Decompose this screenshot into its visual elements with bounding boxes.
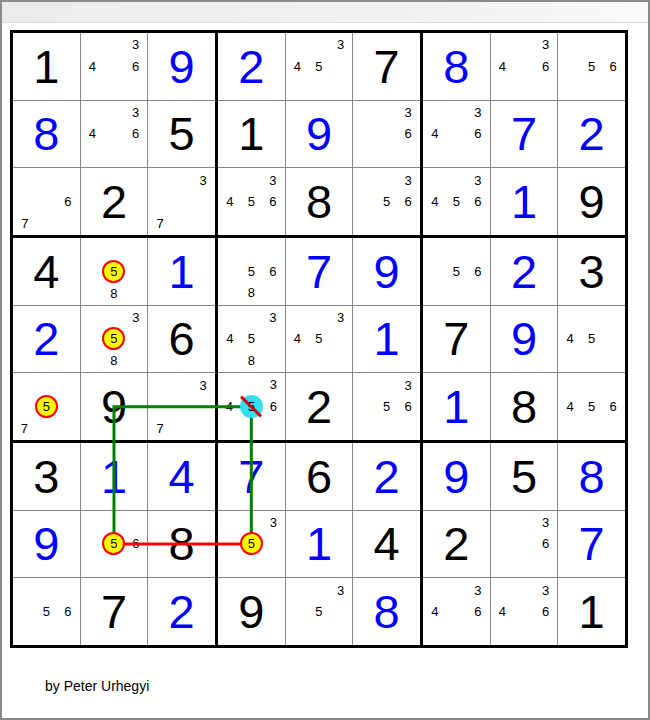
- candidate-4: 4: [559, 328, 581, 350]
- given-digit: 3: [579, 248, 605, 295]
- solved-digit: 2: [238, 43, 264, 90]
- candidate-3: 3: [125, 102, 147, 124]
- cell-r9c2[interactable]: 7: [81, 578, 148, 645]
- cell-r2c3[interactable]: 5: [148, 101, 215, 168]
- solved-digit: 7: [238, 453, 264, 500]
- solved-digit: 4: [169, 453, 195, 500]
- pencil-marks: 3458: [219, 307, 284, 372]
- cell-r2c7[interactable]: 346: [423, 101, 490, 168]
- cell-r8c2[interactable]: 56: [81, 511, 148, 578]
- pencil-marks: 56: [82, 512, 147, 577]
- cell-r6c6[interactable]: 356: [353, 373, 420, 440]
- cell-r7c6[interactable]: 2: [353, 443, 420, 510]
- candidate-5: 5: [581, 56, 603, 78]
- candidate-5: 5: [308, 601, 330, 623]
- candidate-3: 3: [330, 307, 352, 329]
- cell-r6c2[interactable]: 9: [81, 373, 148, 440]
- window-title-bar: [2, 2, 648, 23]
- box-9: 95823673463461: [423, 443, 625, 645]
- eliminated-candidate-highlight: 5: [240, 395, 263, 418]
- candidate-6: 6: [535, 56, 557, 78]
- cell-r8c4[interactable]: 35: [218, 511, 285, 578]
- cell-r5c9[interactable]: 45: [558, 306, 625, 373]
- candidate-5: 5: [102, 532, 125, 555]
- pencil-marks: 568: [219, 239, 284, 304]
- cell-r4c8[interactable]: 2: [491, 238, 558, 305]
- candidate-6: 6: [125, 56, 147, 78]
- candidate-6: 6: [57, 191, 79, 213]
- cell-r4c6[interactable]: 9: [353, 238, 420, 305]
- box-4: 45812358657937: [13, 238, 215, 440]
- candidate-6: 6: [467, 123, 489, 145]
- candidate-3: 3: [467, 102, 489, 124]
- given-digit: 9: [579, 178, 605, 225]
- cell-r1c1[interactable]: 1: [13, 33, 80, 100]
- candidate-6: 6: [535, 601, 557, 623]
- cell-r4c1[interactable]: 4: [13, 238, 80, 305]
- candidate-3: 3: [263, 374, 284, 395]
- cell-r1c5[interactable]: 345: [286, 33, 353, 100]
- candidate-4: 4: [424, 191, 446, 213]
- solved-digit: 2: [33, 315, 59, 362]
- candidate-5: 5: [241, 328, 263, 350]
- pencil-marks: 345: [287, 34, 352, 99]
- cell-r3c9[interactable]: 9: [558, 168, 625, 235]
- cell-r8c1[interactable]: 9: [13, 511, 80, 578]
- cell-r3c1[interactable]: 67: [13, 168, 80, 235]
- pencil-marks: 56: [14, 579, 79, 644]
- candidate-5: 5: [376, 396, 398, 418]
- solved-digit: 9: [169, 43, 195, 90]
- cell-r2c1[interactable]: 8: [13, 101, 80, 168]
- cell-r6c8[interactable]: 8: [491, 373, 558, 440]
- solved-digit: 9: [443, 453, 469, 500]
- candidate-4: 4: [219, 191, 241, 213]
- solved-digit: 2: [579, 110, 605, 157]
- candidate-5: 5: [35, 395, 58, 418]
- pencil-marks: 346: [492, 34, 557, 99]
- candidate-3: 3: [125, 34, 147, 56]
- sudoku-board: 1346983465672372345719363456835683465634…: [10, 30, 628, 648]
- cell-r2c2[interactable]: 346: [81, 101, 148, 168]
- given-digit: 4: [33, 248, 59, 295]
- pencil-marks: 3456: [219, 374, 284, 439]
- cell-r9c1[interactable]: 56: [13, 578, 80, 645]
- given-digit: 7: [443, 315, 469, 362]
- cell-r1c9[interactable]: 56: [558, 33, 625, 100]
- cell-r1c6[interactable]: 7: [353, 33, 420, 100]
- candidate-5: 5: [241, 191, 263, 213]
- candidate-3: 3: [192, 169, 214, 191]
- solved-digit: 1: [169, 248, 195, 295]
- given-digit: 5: [169, 110, 195, 157]
- candidate-4: 4: [559, 396, 581, 418]
- cell-r3c4[interactable]: 3456: [218, 168, 285, 235]
- candidate-4: 4: [82, 56, 104, 78]
- candidate-5: 5: [376, 191, 398, 213]
- given-digit: 2: [443, 520, 469, 567]
- candidate-5: 5: [308, 56, 330, 78]
- cell-r5c3[interactable]: 6: [148, 306, 215, 373]
- candidate-4: 4: [492, 56, 514, 78]
- cell-r6c4[interactable]: 3456: [218, 373, 285, 440]
- pencil-marks: 37: [149, 169, 214, 234]
- pencil-marks: 3456: [424, 169, 489, 234]
- candidate-3: 3: [397, 374, 419, 396]
- cell-r9c7[interactable]: 346: [423, 578, 490, 645]
- given-digit: 7: [101, 588, 127, 635]
- pencil-marks: 56: [559, 34, 624, 99]
- candidate-3: 3: [263, 512, 284, 533]
- pencil-marks: 358: [82, 307, 147, 372]
- cell-r1c7[interactable]: 8: [423, 33, 490, 100]
- box-6: 5623794518456: [423, 238, 625, 440]
- solved-digit: 1: [443, 383, 469, 430]
- candidate-3: 3: [397, 102, 419, 124]
- cell-r8c3[interactable]: 8: [148, 511, 215, 578]
- screenshot-root: 1346983465672372345719363456835683465634…: [0, 0, 650, 720]
- given-digit: 1: [238, 110, 264, 157]
- cell-r6c7[interactable]: 1: [423, 373, 490, 440]
- cell-r9c5[interactable]: 35: [286, 578, 353, 645]
- candidate-6: 6: [535, 533, 557, 555]
- pencil-marks: 36: [354, 102, 419, 167]
- candidate-6: 6: [397, 123, 419, 145]
- cell-r3c5[interactable]: 8: [286, 168, 353, 235]
- cell-r1c2[interactable]: 346: [81, 33, 148, 100]
- candidate-3: 3: [330, 34, 352, 56]
- cell-r5c4[interactable]: 3458: [218, 306, 285, 373]
- cell-r1c8[interactable]: 346: [491, 33, 558, 100]
- candidate-3: 3: [192, 374, 214, 396]
- solved-digit: 2: [374, 453, 400, 500]
- cell-r5c6[interactable]: 1: [353, 306, 420, 373]
- candidate-4: 4: [287, 328, 309, 350]
- pencil-marks: 346: [82, 102, 147, 167]
- candidate-4: 4: [219, 328, 241, 350]
- cell-r8c5[interactable]: 1: [286, 511, 353, 578]
- candidate-4: 4: [492, 601, 514, 623]
- solved-digit: 7: [306, 248, 332, 295]
- cell-r6c9[interactable]: 456: [558, 373, 625, 440]
- given-digit: 2: [101, 178, 127, 225]
- cell-r3c2[interactable]: 2: [81, 168, 148, 235]
- cell-r6c5[interactable]: 2: [286, 373, 353, 440]
- pencil-marks: 56: [424, 239, 489, 304]
- cell-r2c4[interactable]: 1: [218, 101, 285, 168]
- candidate-3: 3: [535, 34, 557, 56]
- box-3: 83465634672345619: [423, 33, 625, 235]
- solved-digit: 1: [374, 315, 400, 362]
- candidate-7: 7: [149, 417, 171, 439]
- solved-digit: 8: [579, 453, 605, 500]
- pencil-marks: 35: [219, 512, 284, 577]
- cell-r8c8[interactable]: 36: [491, 511, 558, 578]
- solved-digit: 8: [374, 588, 400, 635]
- given-digit: 2: [306, 383, 332, 430]
- solved-digit: 8: [443, 43, 469, 90]
- cell-r7c5[interactable]: 6: [286, 443, 353, 510]
- candidate-6: 6: [602, 56, 624, 78]
- pencil-marks: 346: [424, 102, 489, 167]
- cell-r4c7[interactable]: 56: [423, 238, 490, 305]
- cell-r7c8[interactable]: 5: [491, 443, 558, 510]
- pencil-marks: 346: [82, 34, 147, 99]
- pencil-marks: 35: [287, 579, 352, 644]
- given-digit: 5: [511, 453, 537, 500]
- candidate-6: 6: [263, 395, 284, 418]
- cell-r5c1[interactable]: 2: [13, 306, 80, 373]
- candidate-5: 5: [446, 261, 468, 283]
- given-digit: 1: [579, 588, 605, 635]
- pencil-marks: 37: [149, 374, 214, 439]
- pencil-marks: 67: [14, 169, 79, 234]
- pencil-marks: 36: [492, 512, 557, 577]
- candidate-7: 7: [14, 212, 36, 234]
- candidate-4: 4: [424, 601, 446, 623]
- given-digit: 8: [306, 178, 332, 225]
- cell-r4c3[interactable]: 1: [148, 238, 215, 305]
- candidate-6: 6: [467, 261, 489, 283]
- pencil-marks: 356: [354, 374, 419, 439]
- cell-r3c3[interactable]: 37: [148, 168, 215, 235]
- candidate-7: 7: [14, 418, 35, 439]
- candidate-6: 6: [262, 191, 284, 213]
- candidate-3: 3: [535, 579, 557, 601]
- pencil-marks: 456: [559, 374, 624, 439]
- solved-digit: 9: [511, 315, 537, 362]
- cell-r6c1[interactable]: 57: [13, 373, 80, 440]
- given-digit: 8: [169, 520, 195, 567]
- candidate-6: 6: [57, 601, 79, 623]
- cell-r9c6[interactable]: 8: [353, 578, 420, 645]
- cell-r5c5[interactable]: 345: [286, 306, 353, 373]
- given-digit: 9: [101, 383, 127, 430]
- cell-r7c4[interactable]: 7: [218, 443, 285, 510]
- cell-r4c2[interactable]: 58: [81, 238, 148, 305]
- candidate-4: 4: [287, 56, 309, 78]
- cell-r4c4[interactable]: 568: [218, 238, 285, 305]
- chain-candidate-circle: 5: [240, 532, 263, 555]
- cell-r2c8[interactable]: 7: [491, 101, 558, 168]
- cell-r4c9[interactable]: 3: [558, 238, 625, 305]
- cell-r3c6[interactable]: 356: [353, 168, 420, 235]
- candidate-5: 5: [581, 328, 603, 350]
- candidate-5: 5: [102, 327, 125, 350]
- box-5: 568793458345134562356: [218, 238, 420, 440]
- cell-r7c9[interactable]: 8: [558, 443, 625, 510]
- candidate-6: 6: [467, 601, 489, 623]
- cell-r5c7[interactable]: 7: [423, 306, 490, 373]
- candidate-3: 3: [535, 512, 557, 534]
- candidate-4: 4: [219, 395, 240, 418]
- candidate-5: 5: [241, 261, 263, 283]
- chain-candidate-circle: 5: [102, 260, 125, 283]
- box-7: 31495685672: [13, 443, 215, 645]
- cell-r8c9[interactable]: 7: [558, 511, 625, 578]
- author-credit: by Peter Urhegyi: [45, 678, 149, 694]
- cell-r7c2[interactable]: 1: [81, 443, 148, 510]
- candidate-6: 6: [397, 396, 419, 418]
- given-digit: 3: [33, 453, 59, 500]
- solved-digit: 9: [33, 520, 59, 567]
- cell-r5c2[interactable]: 358: [81, 306, 148, 373]
- cell-r2c5[interactable]: 9: [286, 101, 353, 168]
- candidate-6: 6: [262, 261, 284, 283]
- cell-r9c9[interactable]: 1: [558, 578, 625, 645]
- given-digit: 4: [374, 520, 400, 567]
- solved-digit: 1: [511, 178, 537, 225]
- given-digit: 1: [33, 43, 59, 90]
- cell-r5c8[interactable]: 9: [491, 306, 558, 373]
- solved-digit: 7: [579, 520, 605, 567]
- given-digit: 7: [374, 43, 400, 90]
- box-2: 23457193634568356: [218, 33, 420, 235]
- box-8: 76235149358: [218, 443, 420, 645]
- candidate-8: 8: [241, 282, 263, 304]
- candidate-6: 6: [602, 396, 624, 418]
- box-1: 134698346567237: [13, 33, 215, 235]
- cell-r6c3[interactable]: 37: [148, 373, 215, 440]
- cell-r9c4[interactable]: 9: [218, 578, 285, 645]
- candidate-8: 8: [102, 283, 125, 304]
- candidate-3: 3: [125, 307, 146, 328]
- solved-digit: 8: [33, 110, 59, 157]
- solved-digit: 2: [511, 248, 537, 295]
- candidate-5: 5: [446, 191, 468, 213]
- given-digit: 6: [169, 315, 195, 362]
- pencil-marks: 45: [559, 307, 624, 372]
- candidate-3: 3: [262, 307, 284, 329]
- chain-candidate-circle: 5: [35, 395, 58, 418]
- cell-r9c8[interactable]: 346: [491, 578, 558, 645]
- solved-digit: 2: [169, 588, 195, 635]
- candidate-5: 5: [240, 532, 263, 555]
- candidate-5: 5: [581, 396, 603, 418]
- solved-digit: 1: [306, 520, 332, 567]
- given-digit: 6: [306, 453, 332, 500]
- candidate-5: 5: [308, 328, 330, 350]
- candidate-8: 8: [102, 350, 125, 371]
- pencil-marks: 3456: [219, 169, 284, 234]
- candidate-7: 7: [149, 212, 171, 234]
- cell-r9c3[interactable]: 2: [148, 578, 215, 645]
- cell-r7c7[interactable]: 9: [423, 443, 490, 510]
- cell-r1c4[interactable]: 2: [218, 33, 285, 100]
- pencil-marks: 58: [82, 239, 147, 304]
- cell-r1c3[interactable]: 9: [148, 33, 215, 100]
- cell-r7c1[interactable]: 3: [13, 443, 80, 510]
- cell-r2c6[interactable]: 36: [353, 101, 420, 168]
- pencil-marks: 346: [492, 579, 557, 644]
- candidate-3: 3: [330, 579, 352, 601]
- cell-r7c3[interactable]: 4: [148, 443, 215, 510]
- pencil-marks: 356: [354, 169, 419, 234]
- solved-digit: 9: [306, 110, 332, 157]
- candidate-3: 3: [467, 169, 489, 191]
- candidate-3: 3: [467, 579, 489, 601]
- chain-candidate-circle: 5: [102, 532, 125, 555]
- cell-r4c5[interactable]: 7: [286, 238, 353, 305]
- solved-digit: 1: [101, 453, 127, 500]
- candidate-3: 3: [262, 169, 284, 191]
- candidate-3: 3: [397, 169, 419, 191]
- cell-r3c8[interactable]: 1: [491, 168, 558, 235]
- pencil-marks: 57: [14, 374, 79, 439]
- given-digit: 8: [511, 383, 537, 430]
- candidate-6: 6: [125, 532, 146, 555]
- chain-candidate-circle: 5: [102, 327, 125, 350]
- candidate-8: 8: [241, 350, 263, 372]
- candidate-4: 4: [82, 123, 104, 145]
- cell-r3c7[interactable]: 3456: [423, 168, 490, 235]
- candidate-5: 5: [102, 260, 125, 283]
- cell-r8c6[interactable]: 4: [353, 511, 420, 578]
- candidate-5: 5: [240, 395, 263, 418]
- solved-digit: 9: [374, 248, 400, 295]
- given-digit: 9: [238, 588, 264, 635]
- solved-digit: 7: [511, 110, 537, 157]
- cell-r8c7[interactable]: 2: [423, 511, 490, 578]
- candidate-6: 6: [467, 191, 489, 213]
- candidate-6: 6: [125, 123, 147, 145]
- cell-r2c9[interactable]: 2: [558, 101, 625, 168]
- candidate-5: 5: [36, 601, 58, 623]
- pencil-marks: 345: [287, 307, 352, 372]
- pencil-marks: 346: [424, 579, 489, 644]
- candidate-6: 6: [397, 191, 419, 213]
- candidate-4: 4: [424, 123, 446, 145]
